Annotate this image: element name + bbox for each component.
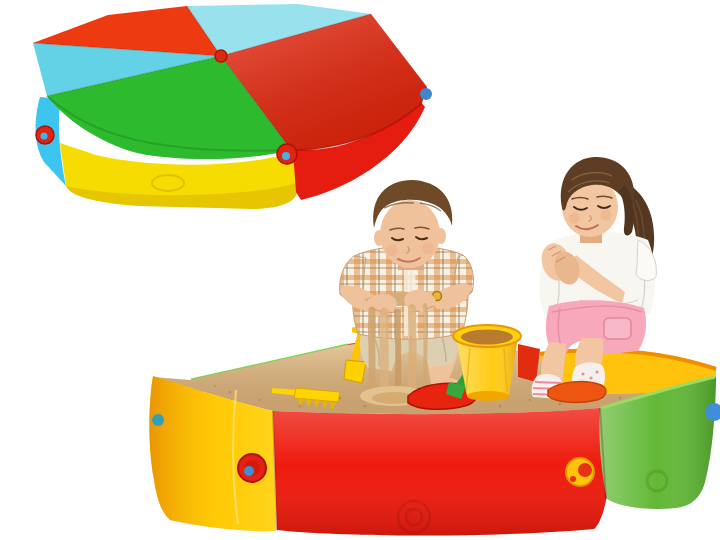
toy-orange-scoop [548, 382, 606, 403]
side-knob-teal [152, 414, 164, 426]
covered-sandbox [33, 4, 432, 209]
open-sandbox [149, 157, 720, 536]
scene-canvas [0, 0, 720, 540]
covered-knob-right-corner [420, 88, 432, 100]
girl-blush-left [569, 213, 580, 224]
bucket-bottom [467, 391, 509, 401]
girl-shorts-pocket [604, 318, 631, 339]
boy-blush-left [386, 244, 398, 256]
boy-face [380, 200, 440, 268]
boy-blush-right [422, 242, 434, 254]
sandbox-product-photo [0, 0, 720, 540]
bucket-interior [461, 330, 513, 345]
front-panel-red-shade [273, 408, 610, 536]
girl-blush-right [601, 210, 612, 221]
open-knob-red [238, 454, 266, 482]
covered-knob-front-left [36, 126, 54, 144]
cover-center-knot [215, 50, 227, 62]
open-knob-yellow [566, 458, 594, 486]
covered-knob-front-right [277, 144, 297, 164]
